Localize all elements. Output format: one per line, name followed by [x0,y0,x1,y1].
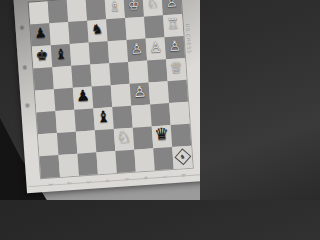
square-b1[interactable] [58,154,78,177]
square-e3[interactable] [112,106,132,129]
black-king[interactable]: ♚ [35,48,49,63]
square-h2[interactable] [171,124,191,147]
black-pawn[interactable]: ♟ [34,26,47,40]
photo-of-chess-position: { "game": "chess", "scene_description": … [0,0,200,200]
square-e1[interactable] [115,150,135,173]
white-pawn[interactable]: ♙ [165,0,178,9]
square-d8[interactable] [86,0,106,21]
square-a2[interactable] [38,133,58,156]
square-b4[interactable] [54,88,74,111]
white-knight[interactable]: ♘ [146,0,159,10]
square-a6[interactable]: ♚ [32,45,52,68]
white-bishop[interactable]: ♗ [108,0,121,13]
knight-logo-icon: ♞ [179,154,185,160]
square-h8[interactable]: ♙ [161,0,181,15]
square-f7[interactable] [125,17,145,40]
chess-board-grid: ♗♔♘♙♟♞♖♚♝♙♙♙♕♟♙♝♘♛♞ [28,0,194,179]
square-g3[interactable] [150,103,170,126]
square-f8[interactable]: ♔ [124,0,144,18]
square-d2[interactable] [95,129,115,152]
square-d7[interactable]: ♞ [87,19,107,42]
square-h7[interactable]: ♖ [163,14,183,37]
square-d5[interactable] [90,63,110,86]
grommet-hole [19,25,24,30]
square-b5[interactable] [52,66,72,89]
square-c3[interactable] [74,108,94,131]
square-h4[interactable] [168,80,188,103]
grommet-hole [22,65,27,70]
square-e5[interactable] [109,62,129,85]
white-queen[interactable]: ♕ [169,60,183,76]
square-g2[interactable]: ♛ [152,125,172,148]
black-bishop[interactable]: ♝ [96,108,111,125]
white-knight[interactable]: ♘ [116,129,132,146]
brand-knight-logo: ♞ [174,148,191,165]
square-f2[interactable] [133,126,153,149]
square-b3[interactable] [55,110,75,133]
square-g4[interactable] [149,81,169,104]
square-h3[interactable] [169,102,189,125]
square-e7[interactable] [106,18,126,41]
white-pawn[interactable]: ♙ [149,40,163,55]
white-king[interactable]: ♔ [127,0,140,12]
square-a8[interactable] [29,1,49,24]
white-rook[interactable]: ♖ [167,17,180,31]
square-e4[interactable] [111,84,131,107]
square-d3[interactable]: ♝ [93,107,113,130]
square-f5[interactable] [128,61,148,84]
square-g1[interactable] [153,147,173,170]
square-h1[interactable]: ♞ [172,146,192,169]
square-f6[interactable]: ♙ [127,39,147,62]
square-b6[interactable]: ♝ [51,44,71,67]
square-g6[interactable]: ♙ [146,37,166,60]
square-d4[interactable] [92,85,112,108]
black-bishop[interactable]: ♝ [54,46,68,61]
square-g8[interactable]: ♘ [142,0,162,17]
square-f1[interactable] [134,148,154,171]
square-a5[interactable] [33,67,53,90]
square-a4[interactable] [35,89,55,112]
square-h6[interactable]: ♙ [165,36,185,59]
square-c7[interactable] [68,21,88,44]
grommet-hole [25,103,30,108]
square-d1[interactable] [96,151,116,174]
black-queen[interactable]: ♛ [154,126,170,143]
square-a1[interactable] [40,155,60,178]
square-e2[interactable]: ♘ [114,128,134,151]
square-h5[interactable]: ♕ [166,58,186,81]
square-f3[interactable] [131,104,151,127]
square-c6[interactable] [70,43,90,66]
white-pawn[interactable]: ♙ [130,41,144,56]
square-c4[interactable]: ♟ [73,86,93,109]
black-pawn[interactable]: ♟ [76,88,91,104]
square-a3[interactable] [36,111,56,134]
white-pawn[interactable]: ♙ [168,38,182,53]
square-g5[interactable] [147,59,167,82]
square-e6[interactable] [108,40,128,63]
square-c2[interactable] [76,130,96,153]
black-knight[interactable]: ♞ [91,22,104,36]
square-b2[interactable] [57,132,77,155]
square-c5[interactable] [71,65,91,88]
square-g7[interactable] [144,15,164,38]
square-b7[interactable] [49,22,69,45]
vinyl-chess-board: ♗♔♘♙♟♞♖♚♝♙♙♙♕♟♙♝♘♛♞ 12345678 US CHESS [13,0,200,193]
square-e8[interactable]: ♗ [105,0,125,19]
white-pawn[interactable]: ♙ [132,84,147,100]
square-c1[interactable] [77,152,97,175]
square-f4[interactable]: ♙ [130,82,150,105]
square-a7[interactable]: ♟ [30,23,50,46]
square-d6[interactable] [89,41,109,64]
square-c8[interactable] [67,0,87,22]
square-b8[interactable] [48,0,68,23]
